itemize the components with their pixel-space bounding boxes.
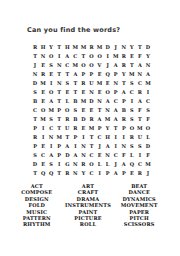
grid-cell-r8c10[interactable]: A [112, 115, 120, 124]
grid-cell-r13c12[interactable]: Q [128, 160, 136, 169]
grid-cell-r2c4[interactable]: C [63, 60, 71, 69]
grid-cell-r13c8[interactable]: L [96, 160, 104, 169]
grid-cell-r0c6[interactable]: M [79, 42, 87, 51]
grid-cell-r5c3[interactable]: T [55, 87, 63, 96]
grid-cell-r4c12[interactable]: S [128, 78, 136, 87]
grid-cell-r1c12[interactable]: E [128, 51, 136, 60]
grid-cell-r13c4[interactable]: G [63, 160, 71, 169]
grid-cell-r12c8[interactable]: E [96, 151, 104, 160]
grid-cell-r1c0[interactable]: T [31, 51, 39, 60]
grid-cell-r13c9[interactable]: L [104, 160, 112, 169]
grid-cell-r0c2[interactable]: Y [47, 42, 55, 51]
grid-cell-r14c0[interactable]: T [31, 169, 39, 178]
grid-cell-r3c11[interactable]: Y [120, 69, 128, 78]
grid-cell-r3c4[interactable]: T [63, 69, 71, 78]
grid-cell-r2c3[interactable]: N [55, 60, 63, 69]
grid-cell-r5c0[interactable]: S [31, 87, 39, 96]
grid-cell-r14c7[interactable]: C [87, 169, 95, 178]
grid-cell-r2c5[interactable]: M [71, 60, 79, 69]
grid-cell-r5c6[interactable]: E [79, 87, 87, 96]
grid-cell-r13c14[interactable]: M [144, 160, 152, 169]
grid-cell-r8c9[interactable]: M [104, 115, 112, 124]
grid-cell-r8c2[interactable]: S [47, 115, 55, 124]
grid-cell-r7c14[interactable]: S [144, 105, 152, 114]
grid-cell-r9c1[interactable]: I [39, 124, 47, 133]
grid-cell-r2c7[interactable]: O [87, 60, 95, 69]
grid-cell-r7c2[interactable]: M [47, 105, 55, 114]
grid-cell-r8c11[interactable]: R [120, 115, 128, 124]
grid-cell-r14c1[interactable]: Q [39, 169, 47, 178]
grid-cell-r12c0[interactable]: S [31, 151, 39, 160]
grid-cell-r13c0[interactable]: D [31, 160, 39, 169]
grid-cell-r1c3[interactable]: I [55, 51, 63, 60]
grid-cell-r2c1[interactable]: E [39, 60, 47, 69]
grid-cell-r9c9[interactable]: Y [104, 124, 112, 133]
grid-cell-r10c4[interactable]: T [63, 133, 71, 142]
grid-cell-r7c6[interactable]: E [79, 105, 87, 114]
grid-cell-r13c3[interactable]: I [55, 160, 63, 169]
grid-cell-r8c3[interactable]: T [55, 115, 63, 124]
grid-cell-r14c14[interactable]: J [144, 169, 152, 178]
worksheet-page: Can you find the words? RHYTHMMRMDJNYTDT… [0, 0, 180, 256]
grid-cell-r2c6[interactable]: O [79, 60, 87, 69]
grid-cell-r6c8[interactable]: N [96, 96, 104, 105]
grid-cell-r3c3[interactable]: T [55, 69, 63, 78]
grid-cell-r9c3[interactable]: T [55, 124, 63, 133]
grid-cell-r12c9[interactable]: N [104, 151, 112, 160]
grid-cell-r11c2[interactable]: I [47, 142, 55, 151]
grid-cell-r4c3[interactable]: N [55, 78, 63, 87]
grid-cell-r11c4[interactable]: A [63, 142, 71, 151]
grid-cell-r9c11[interactable]: P [120, 124, 128, 133]
grid-cell-r9c12[interactable]: O [128, 124, 136, 133]
grid-cell-r1c14[interactable]: Y [144, 51, 152, 60]
grid-cell-r12c12[interactable]: L [128, 151, 136, 160]
grid-cell-r0c4[interactable]: H [63, 42, 71, 51]
grid-cell-r4c5[interactable]: T [71, 78, 79, 87]
grid-cell-r8c0[interactable]: T [31, 115, 39, 124]
word-list-column-3: BEATDANCEDYNAMICSMOVEMENTPAPERPITCHSCISS… [116, 183, 162, 228]
grid-cell-r2c12[interactable]: T [128, 60, 136, 69]
grid-cell-r13c7[interactable]: O [87, 160, 95, 169]
grid-cell-r5c1[interactable]: E [39, 87, 47, 96]
grid-cell-r14c13[interactable]: R [136, 169, 144, 178]
grid-cell-r12c5[interactable]: A [71, 151, 79, 160]
grid-cell-r11c6[interactable]: N [79, 142, 87, 151]
grid-cell-r0c14[interactable]: D [144, 42, 152, 51]
grid-cell-r3c1[interactable]: R [39, 69, 47, 78]
grid-cell-r7c9[interactable]: N [104, 105, 112, 114]
grid-cell-r8c1[interactable]: M [39, 115, 47, 124]
grid-cell-r11c11[interactable]: N [120, 142, 128, 151]
grid-cell-r12c4[interactable]: D [63, 151, 71, 160]
grid-cell-r9c8[interactable]: P [96, 124, 104, 133]
grid-cell-r3c2[interactable]: E [47, 69, 55, 78]
grid-cell-r0c1[interactable]: H [39, 42, 47, 51]
grid-cell-r1c5[interactable]: C [71, 51, 79, 60]
grid-cell-r14c8[interactable]: I [96, 169, 104, 178]
grid-cell-r14c5[interactable]: N [71, 169, 79, 178]
grid-cell-r7c11[interactable]: B [120, 105, 128, 114]
grid-cell-r7c10[interactable]: A [112, 105, 120, 114]
grid-cell-r2c14[interactable]: N [144, 60, 152, 69]
grid-cell-r5c12[interactable]: C [128, 87, 136, 96]
grid-cell-r2c2[interactable]: S [47, 60, 55, 69]
grid-cell-r5c5[interactable]: T [71, 87, 79, 96]
grid-cell-r11c0[interactable]: P [31, 142, 39, 151]
grid-cell-r0c3[interactable]: T [55, 42, 63, 51]
grid-cell-r5c13[interactable]: R [136, 87, 144, 96]
grid-cell-r4c7[interactable]: U [87, 78, 95, 87]
grid-cell-r13c11[interactable]: A [120, 160, 128, 169]
grid-cell-r13c13[interactable]: C [136, 160, 144, 169]
grid-cell-r6c1[interactable]: E [39, 96, 47, 105]
grid-cell-r6c11[interactable]: P [120, 96, 128, 105]
grid-cell-r0c11[interactable]: N [120, 42, 128, 51]
grid-cell-r1c1[interactable]: N [39, 51, 47, 60]
grid-cell-r9c7[interactable]: M [87, 124, 95, 133]
grid-cell-r2c10[interactable]: A [112, 60, 120, 69]
grid-cell-r6c0[interactable]: B [31, 96, 39, 105]
grid-cell-r1c7[interactable]: O [87, 51, 95, 60]
grid-cell-r1c9[interactable]: I [104, 51, 112, 60]
grid-cell-r13c6[interactable]: R [79, 160, 87, 169]
grid-cell-r3c14[interactable]: A [144, 69, 152, 78]
grid-cell-r3c7[interactable]: P [87, 69, 95, 78]
grid-cell-r10c12[interactable]: R [128, 133, 136, 142]
grid-cell-r3c12[interactable]: M [128, 69, 136, 78]
grid-cell-r7c3[interactable]: P [55, 105, 63, 114]
grid-cell-r0c5[interactable]: M [71, 42, 79, 51]
grid-cell-r12c13[interactable]: I [136, 151, 144, 160]
grid-cell-r14c3[interactable]: T [55, 169, 63, 178]
grid-cell-r4c14[interactable]: M [144, 78, 152, 87]
grid-cell-r7c0[interactable]: C [31, 105, 39, 114]
grid-cell-r8c4[interactable]: R [63, 115, 71, 124]
grid-cell-r0c13[interactable]: T [136, 42, 144, 51]
grid-cell-r9c6[interactable]: E [79, 124, 87, 133]
grid-cell-r3c9[interactable]: Q [104, 69, 112, 78]
grid-cell-r12c6[interactable]: N [79, 151, 87, 160]
grid-cell-r6c12[interactable]: I [128, 96, 136, 105]
grid-cell-r0c10[interactable]: J [112, 42, 120, 51]
grid-cell-r5c8[interactable]: E [96, 87, 104, 96]
grid-cell-r12c14[interactable]: F [144, 151, 152, 160]
grid-cell-r0c9[interactable]: D [104, 42, 112, 51]
word-item-rhythm: RHYTHM [23, 221, 51, 227]
grid-cell-r9c10[interactable]: T [112, 124, 120, 133]
grid-cell-r0c7[interactable]: R [87, 42, 95, 51]
grid-cell-r13c10[interactable]: J [112, 160, 120, 169]
grid-cell-r8c8[interactable]: A [96, 115, 104, 124]
grid-cell-r6c5[interactable]: B [71, 96, 79, 105]
word-list: ACTCOMPOSEDESIGNFOLDMUSICPATTERNRHYTHM A… [14, 183, 162, 228]
grid-cell-r6c13[interactable]: A [136, 96, 144, 105]
grid-cell-r14c2[interactable]: Q [47, 169, 55, 178]
grid-cell-r5c10[interactable]: P [112, 87, 120, 96]
grid-cell-r1c13[interactable]: F [136, 51, 144, 60]
grid-cell-r0c12[interactable]: Y [128, 42, 136, 51]
grid-cell-r8c14[interactable]: F [144, 115, 152, 124]
grid-cell-r5c7[interactable]: N [87, 87, 95, 96]
grid-cell-r4c6[interactable]: R [79, 78, 87, 87]
grid-cell-r3c0[interactable]: N [31, 69, 39, 78]
word-list-column-2: ARTCRAFTDRAMAINSTRUMENTSPAINTPICTUREROLL [60, 183, 117, 228]
grid-cell-r6c4[interactable]: L [63, 96, 71, 105]
grid-cell-r4c0[interactable]: D [31, 78, 39, 87]
grid-cell-r10c14[interactable]: L [144, 133, 152, 142]
grid-cell-r10c0[interactable]: R [31, 133, 39, 142]
grid-cell-r14c10[interactable]: A [112, 169, 120, 178]
grid-cell-r0c0[interactable]: R [31, 42, 39, 51]
grid-cell-r7c4[interactable]: O [63, 105, 71, 114]
grid-cell-r7c5[interactable]: S [71, 105, 79, 114]
grid-cell-r4c11[interactable]: T [120, 78, 128, 87]
grid-cell-r8c12[interactable]: S [128, 115, 136, 124]
grid-cell-r4c10[interactable]: N [112, 78, 120, 87]
word-item-scissors: SCISSORS [124, 221, 155, 227]
grid-cell-r10c6[interactable]: I [79, 133, 87, 142]
grid-cell-r10c2[interactable]: N [47, 133, 55, 142]
grid-cell-r11c13[interactable]: S [136, 142, 144, 151]
grid-cell-r10c8[interactable]: C [96, 133, 104, 142]
grid-cell-r13c5[interactable]: N [71, 160, 79, 169]
grid-cell-r4c1[interactable]: M [39, 78, 47, 87]
grid-cell-r10c11[interactable]: I [120, 133, 128, 142]
grid-cell-r6c6[interactable]: M [79, 96, 87, 105]
grid-cell-r14c9[interactable]: P [104, 169, 112, 178]
grid-cell-r7c13[interactable]: F [136, 105, 144, 114]
grid-cell-r9c2[interactable]: C [47, 124, 55, 133]
grid-cell-r5c4[interactable]: E [63, 87, 71, 96]
grid-cell-r14c6[interactable]: Y [79, 169, 87, 178]
grid-cell-r6c7[interactable]: D [87, 96, 95, 105]
grid-cell-r3c8[interactable]: E [96, 69, 104, 78]
grid-cell-r9c5[interactable]: R [71, 124, 79, 133]
grid-cell-r9c14[interactable]: O [144, 124, 152, 133]
grid-cell-r10c5[interactable]: P [71, 133, 79, 142]
grid-cell-r10c10[interactable]: I [112, 133, 120, 142]
grid-cell-r9c13[interactable]: M [136, 124, 144, 133]
grid-cell-r11c8[interactable]: J [96, 142, 104, 151]
grid-cell-r14c12[interactable]: E [128, 169, 136, 178]
grid-cell-r2c8[interactable]: V [96, 60, 104, 69]
grid-cell-r5c2[interactable]: O [47, 87, 55, 96]
grid-cell-r11c14[interactable]: D [144, 142, 152, 151]
grid-cell-r14c4[interactable]: R [63, 169, 71, 178]
grid-cell-r6c9[interactable]: A [104, 96, 112, 105]
grid-cell-r11c9[interactable]: A [104, 142, 112, 151]
grid-cell-r1c10[interactable]: M [112, 51, 120, 60]
word-item-roll: ROLL [80, 221, 96, 227]
grid-cell-r11c5[interactable]: I [71, 142, 79, 151]
grid-cell-r10c9[interactable]: H [104, 133, 112, 142]
grid-cell-r13c2[interactable]: S [47, 160, 55, 169]
word-search-grid: RHYTHMMRMDJNYTDTNOIACTOOIMREFYJESNCMOOVJ… [31, 42, 152, 178]
grid-cell-r3c13[interactable]: N [136, 69, 144, 78]
grid-cell-r4c2[interactable]: I [47, 78, 55, 87]
page-title: Can you find the words? [27, 26, 120, 34]
grid-cell-r11c10[interactable]: I [112, 142, 120, 151]
grid-cell-r12c3[interactable]: P [55, 151, 63, 160]
grid-cell-r4c4[interactable]: S [63, 78, 71, 87]
grid-cell-r1c2[interactable]: O [47, 51, 55, 60]
word-list-column-1: ACTCOMPOSEDESIGNFOLDMUSICPATTERNRHYTHM [14, 183, 60, 228]
grid-cell-r1c8[interactable]: O [96, 51, 104, 60]
grid-cell-r3c10[interactable]: P [112, 69, 120, 78]
grid-cell-r3c6[interactable]: P [79, 69, 87, 78]
grid-cell-r1c11[interactable]: R [120, 51, 128, 60]
grid-cell-r3c5[interactable]: A [71, 69, 79, 78]
grid-cell-r8c6[interactable]: D [79, 115, 87, 124]
grid-cell-r11c7[interactable]: T [87, 142, 95, 151]
grid-cell-r14c11[interactable]: P [120, 169, 128, 178]
grid-cell-r2c0[interactable]: J [31, 60, 39, 69]
grid-cell-r5c14[interactable]: I [144, 87, 152, 96]
grid-cell-r12c10[interactable]: C [112, 151, 120, 160]
grid-cell-r11c12[interactable]: S [128, 142, 136, 151]
grid-cell-r2c9[interactable]: J [104, 60, 112, 69]
grid-cell-r7c1[interactable]: O [39, 105, 47, 114]
grid-cell-r2c11[interactable]: R [120, 60, 128, 69]
grid-cell-r7c8[interactable]: T [96, 105, 104, 114]
grid-cell-r6c10[interactable]: C [112, 96, 120, 105]
grid-cell-r5c11[interactable]: A [120, 87, 128, 96]
grid-cell-r4c9[interactable]: E [104, 78, 112, 87]
grid-cell-r11c3[interactable]: P [55, 142, 63, 151]
grid-cell-r1c6[interactable]: T [79, 51, 87, 60]
grid-cell-r8c13[interactable]: T [136, 115, 144, 124]
grid-cell-r11c1[interactable]: E [39, 142, 47, 151]
grid-cell-r10c7[interactable]: T [87, 133, 95, 142]
grid-cell-r6c2[interactable]: A [47, 96, 55, 105]
grid-cell-r9c0[interactable]: P [31, 124, 39, 133]
grid-cell-r10c3[interactable]: M [55, 133, 63, 142]
grid-cell-r6c14[interactable]: C [144, 96, 152, 105]
grid-cell-r8c5[interactable]: B [71, 115, 79, 124]
grid-cell-r8c7[interactable]: R [87, 115, 95, 124]
grid-cell-r4c8[interactable]: M [96, 78, 104, 87]
grid-cell-r12c11[interactable]: F [120, 151, 128, 160]
grid-cell-r2c13[interactable]: A [136, 60, 144, 69]
grid-cell-r0c8[interactable]: M [96, 42, 104, 51]
grid-cell-r10c1[interactable]: I [39, 133, 47, 142]
grid-cell-r12c7[interactable]: C [87, 151, 95, 160]
grid-cell-r10c13[interactable]: U [136, 133, 144, 142]
grid-cell-r7c7[interactable]: E [87, 105, 95, 114]
grid-cell-r7c12[interactable]: S [128, 105, 136, 114]
grid-cell-r13c1[interactable]: E [39, 160, 47, 169]
grid-cell-r4c13[interactable]: C [136, 78, 144, 87]
grid-cell-r9c4[interactable]: U [63, 124, 71, 133]
grid-cell-r5c9[interactable]: O [104, 87, 112, 96]
grid-cell-r12c1[interactable]: C [39, 151, 47, 160]
grid-cell-r6c3[interactable]: T [55, 96, 63, 105]
grid-cell-r12c2[interactable]: A [47, 151, 55, 160]
grid-cell-r1c4[interactable]: A [63, 51, 71, 60]
